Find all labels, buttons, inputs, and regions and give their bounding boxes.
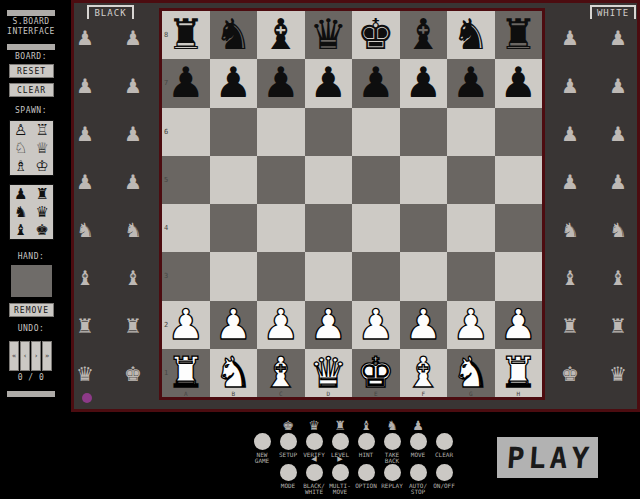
- control-mode: MODE: [275, 454, 301, 495]
- divider-bar: [7, 10, 55, 16]
- spawn-white-n[interactable]: ♘: [10, 139, 32, 157]
- multi-move-button[interactable]: [332, 464, 349, 481]
- square-h8[interactable]: ♜: [495, 11, 543, 59]
- b-piece-icon: ♝: [360, 418, 372, 433]
- square-d3[interactable]: [305, 252, 353, 300]
- lcd-display: PLAY: [497, 437, 598, 478]
- white-piece: ♟: [262, 304, 300, 346]
- spare-piece-p[interactable]: ♟: [546, 110, 594, 158]
- spare-piece-p[interactable]: ♟: [61, 158, 109, 206]
- white-piece: ♟: [167, 304, 205, 346]
- hand-display: [11, 265, 52, 297]
- black-piece: ♟: [262, 62, 300, 104]
- divider-bar: [7, 44, 55, 50]
- square-b1[interactable]: ♞B: [210, 349, 258, 397]
- square-c1[interactable]: ♝C: [257, 349, 305, 397]
- spare-piece-r[interactable]: ♜: [546, 302, 594, 350]
- spare-piece-q[interactable]: ♛: [594, 350, 640, 398]
- spawn-white-b[interactable]: ♗: [10, 157, 32, 175]
- undo-last-button[interactable]: »: [42, 341, 52, 371]
- rank-label-8: 8: [164, 31, 168, 39]
- p-piece-icon: ♟: [412, 418, 424, 433]
- square-g8[interactable]: ♞: [447, 11, 495, 59]
- spare-piece-n[interactable]: ♞: [546, 206, 594, 254]
- rank-label-2: 2: [164, 321, 168, 329]
- control-multi-move: ▶MULTI- MOVE: [327, 454, 353, 495]
- k-piece-icon: ♚: [282, 418, 294, 433]
- app-title: S.BOARD INTERFACE: [0, 17, 62, 37]
- black-piece: ♛: [309, 14, 347, 56]
- square-g6[interactable]: [447, 108, 495, 156]
- square-b2[interactable]: ♟: [210, 301, 258, 349]
- spare-piece-k[interactable]: ♚: [109, 350, 157, 398]
- square-e5[interactable]: [352, 156, 400, 204]
- square-g3[interactable]: [447, 252, 495, 300]
- black-piece: ♟: [452, 62, 490, 104]
- spare-piece-b[interactable]: ♝: [109, 254, 157, 302]
- white-piece: ♞: [452, 352, 490, 394]
- black-piece: ♜: [499, 14, 537, 56]
- square-d2[interactable]: ♟: [305, 301, 353, 349]
- square-a5[interactable]: 5: [162, 156, 210, 204]
- black-side-piece-tray: ♟♟♟♟♟♟♟♟♞♞♝♝♜♜♛♚: [61, 14, 157, 398]
- spare-piece-n[interactable]: ♞: [109, 206, 157, 254]
- square-f4[interactable]: [400, 204, 448, 252]
- white-piece: ♜: [167, 352, 205, 394]
- rank-label-3: 3: [164, 272, 168, 280]
- move-button[interactable]: [410, 433, 427, 450]
- r-piece-icon: ♜: [334, 418, 346, 433]
- square-g1[interactable]: ♞G: [447, 349, 495, 397]
- black-piece: ♟: [357, 62, 395, 104]
- spare-piece-r[interactable]: ♜: [61, 302, 109, 350]
- chess-board: ♜8♞♝♛♚♝♞♜♟7♟♟♟♟♟♟♟6543♟2♟♟♟♟♟♟♟♜1A♞B♝C♛D…: [162, 11, 542, 397]
- spare-piece-p[interactable]: ♟: [594, 62, 640, 110]
- white-piece: ♝: [262, 352, 300, 394]
- spawn-black-n[interactable]: ♞: [10, 203, 32, 221]
- square-e2[interactable]: ♟: [352, 301, 400, 349]
- on-off-button[interactable]: [436, 464, 453, 481]
- control-row-2: MODE◀BLACK/ WHITE▶MULTI- MOVEOPTIONREPLA…: [275, 454, 457, 495]
- square-b6[interactable]: [210, 108, 258, 156]
- spawn-white-k[interactable]: ♔: [32, 157, 54, 175]
- spare-piece-n[interactable]: ♞: [594, 206, 640, 254]
- lcd-text: PLAY: [506, 441, 594, 475]
- square-f6[interactable]: [400, 108, 448, 156]
- control-new-game: NEW GAME: [249, 418, 275, 464]
- square-f8[interactable]: ♝: [400, 11, 448, 59]
- file-label-a: A: [184, 390, 188, 397]
- level-button[interactable]: [332, 433, 349, 450]
- square-d8[interactable]: ♛: [305, 11, 353, 59]
- black-piece: ♝: [262, 14, 300, 56]
- control-option: OPTION: [353, 454, 379, 495]
- file-label-g: G: [469, 390, 473, 397]
- file-label-b: B: [231, 390, 235, 397]
- rank-label-1: 1: [164, 369, 168, 377]
- square-c6[interactable]: [257, 108, 305, 156]
- file-label-e: E: [374, 390, 378, 397]
- square-b7[interactable]: ♟: [210, 59, 258, 107]
- square-d5[interactable]: [305, 156, 353, 204]
- hand-section-label: HAND:: [0, 252, 62, 262]
- square-f2[interactable]: ♟: [400, 301, 448, 349]
- spare-piece-b[interactable]: ♝: [61, 254, 109, 302]
- spawn-black-r[interactable]: ♜: [32, 185, 54, 203]
- spawn-white-p[interactable]: ♙: [10, 121, 32, 139]
- arrow-icon: ▶: [337, 454, 342, 464]
- spare-piece-p[interactable]: ♟: [546, 14, 594, 62]
- replay-button[interactable]: [384, 464, 401, 481]
- spawn-white-pieces: ♙♖♘♕♗♔: [9, 120, 54, 176]
- undo-controls: «‹›»: [9, 341, 52, 371]
- spare-piece-b[interactable]: ♝: [546, 254, 594, 302]
- file-label-c: C: [279, 390, 283, 397]
- undo-back-button[interactable]: ‹: [20, 341, 30, 371]
- square-c7[interactable]: ♟: [257, 59, 305, 107]
- option-label: OPTION: [355, 483, 377, 489]
- square-h1[interactable]: ♜H: [495, 349, 543, 397]
- spare-piece-p[interactable]: ♟: [109, 62, 157, 110]
- spawn-section-label: SPAWN:: [0, 106, 62, 116]
- take-back-button[interactable]: [384, 433, 401, 450]
- white-piece: ♟: [357, 304, 395, 346]
- square-a6[interactable]: 6: [162, 108, 210, 156]
- white-piece: ♜: [499, 352, 537, 394]
- white-piece: ♟: [309, 304, 347, 346]
- spare-piece-p[interactable]: ♟: [594, 14, 640, 62]
- white-piece: ♚: [357, 352, 395, 394]
- spare-piece-q[interactable]: ♛: [61, 350, 109, 398]
- black-piece: ♞: [452, 14, 490, 56]
- white-piece: ♝: [404, 352, 442, 394]
- undo-forward-button[interactable]: ›: [31, 341, 41, 371]
- undo-status: 0 / 0: [0, 373, 62, 383]
- spawn-white-r[interactable]: ♖: [32, 121, 54, 139]
- spare-piece-r[interactable]: ♜: [594, 302, 640, 350]
- control-black-white: ◀BLACK/ WHITE: [301, 454, 327, 495]
- square-c4[interactable]: [257, 204, 305, 252]
- square-g2[interactable]: ♟: [447, 301, 495, 349]
- file-label-f: F: [421, 390, 425, 397]
- spare-piece-p[interactable]: ♟: [61, 14, 109, 62]
- square-e7[interactable]: ♟: [352, 59, 400, 107]
- option-button[interactable]: [358, 464, 375, 481]
- spare-piece-p[interactable]: ♟: [61, 110, 109, 158]
- spare-piece-b[interactable]: ♝: [594, 254, 640, 302]
- square-g5[interactable]: [447, 156, 495, 204]
- reset-button[interactable]: RESET: [9, 64, 54, 78]
- on-off-label: ON/OFF: [433, 483, 455, 489]
- spawn-black-b[interactable]: ♝: [10, 221, 32, 239]
- spare-piece-r[interactable]: ♜: [109, 302, 157, 350]
- clear-button[interactable]: CLEAR: [9, 83, 54, 97]
- clear-button[interactable]: [436, 433, 453, 450]
- black-piece: ♟: [167, 62, 205, 104]
- multi-move-label: MULTI- MOVE: [329, 483, 351, 495]
- n-piece-icon: ♞: [386, 418, 398, 433]
- square-h3[interactable]: [495, 252, 543, 300]
- rank-label-5: 5: [164, 176, 168, 184]
- white-piece: ♟: [214, 304, 252, 346]
- square-e6[interactable]: [352, 108, 400, 156]
- spawn-white-q[interactable]: ♕: [32, 139, 54, 157]
- spawn-black-pieces: ♟♜♞♛♝♚: [9, 184, 54, 240]
- square-d1[interactable]: ♛D: [305, 349, 353, 397]
- square-f7[interactable]: ♟: [400, 59, 448, 107]
- square-e8[interactable]: ♚: [352, 11, 400, 59]
- spare-piece-p[interactable]: ♟: [109, 14, 157, 62]
- spare-piece-p[interactable]: ♟: [546, 158, 594, 206]
- undo-first-button[interactable]: «: [9, 341, 19, 371]
- black-piece: ♝: [404, 14, 442, 56]
- black-piece: ♚: [357, 14, 395, 56]
- square-d6[interactable]: [305, 108, 353, 156]
- white-piece: ♟: [499, 304, 537, 346]
- spare-piece-p[interactable]: ♟: [109, 158, 157, 206]
- square-a8[interactable]: ♜8: [162, 11, 210, 59]
- white-piece: ♟: [452, 304, 490, 346]
- square-e3[interactable]: [352, 252, 400, 300]
- square-b4[interactable]: [210, 204, 258, 252]
- file-label-h: H: [516, 390, 520, 397]
- turn-indicator-dot: [82, 393, 92, 403]
- black-white-button[interactable]: [306, 464, 323, 481]
- square-f3[interactable]: [400, 252, 448, 300]
- q-piece-icon: ♛: [308, 418, 320, 433]
- arrow-icon: ◀: [311, 454, 316, 464]
- square-c3[interactable]: [257, 252, 305, 300]
- square-b8[interactable]: ♞: [210, 11, 258, 59]
- spare-piece-k[interactable]: ♚: [546, 350, 594, 398]
- spare-piece-p[interactable]: ♟: [594, 158, 640, 206]
- setup-button[interactable]: [280, 433, 297, 450]
- black-piece: ♟: [404, 62, 442, 104]
- square-a7[interactable]: ♟7: [162, 59, 210, 107]
- black-white-label: BLACK/ WHITE: [303, 483, 325, 495]
- spawn-black-p[interactable]: ♟: [10, 185, 32, 203]
- hint-button[interactable]: [358, 433, 375, 450]
- spare-piece-n[interactable]: ♞: [61, 206, 109, 254]
- square-c2[interactable]: ♟: [257, 301, 305, 349]
- black-piece: ♟: [499, 62, 537, 104]
- square-c5[interactable]: [257, 156, 305, 204]
- square-e1[interactable]: ♚E: [352, 349, 400, 397]
- file-label-d: D: [326, 390, 330, 397]
- auto-stop-button[interactable]: [410, 464, 427, 481]
- black-piece: ♜: [167, 14, 205, 56]
- square-e4[interactable]: [352, 204, 400, 252]
- square-a1[interactable]: ♜1A: [162, 349, 210, 397]
- square-g7[interactable]: ♟: [447, 59, 495, 107]
- black-piece: ♟: [214, 62, 252, 104]
- white-piece: ♞: [214, 352, 252, 394]
- square-f1[interactable]: ♝F: [400, 349, 448, 397]
- white-piece: ♟: [404, 304, 442, 346]
- square-f5[interactable]: [400, 156, 448, 204]
- square-h5[interactable]: [495, 156, 543, 204]
- spare-piece-p[interactable]: ♟: [546, 62, 594, 110]
- board-frame: ♜8♞♝♛♚♝♞♜♟7♟♟♟♟♟♟♟6543♟2♟♟♟♟♟♟♟♜1A♞B♝C♛D…: [159, 8, 545, 400]
- rank-label-6: 6: [164, 128, 168, 136]
- control-auto-stop: AUTO/ STOP: [405, 454, 431, 495]
- spawn-black-q[interactable]: ♛: [32, 203, 54, 221]
- spare-piece-p[interactable]: ♟: [61, 62, 109, 110]
- spawn-black-k[interactable]: ♚: [32, 221, 54, 239]
- replay-label: REPLAY: [381, 483, 403, 489]
- black-piece: ♟: [309, 62, 347, 104]
- spare-piece-p[interactable]: ♟: [594, 110, 640, 158]
- rank-label-4: 4: [164, 224, 168, 232]
- new-game-button[interactable]: [254, 433, 271, 450]
- rank-label-7: 7: [164, 79, 168, 87]
- black-piece: ♞: [214, 14, 252, 56]
- square-c8[interactable]: ♝: [257, 11, 305, 59]
- square-b5[interactable]: [210, 156, 258, 204]
- board-section-label: BOARD:: [0, 52, 62, 62]
- square-a3[interactable]: 3: [162, 252, 210, 300]
- square-h2[interactable]: ♟: [495, 301, 543, 349]
- divider-bar: [7, 391, 55, 397]
- control-replay: REPLAY: [379, 454, 405, 495]
- square-a2[interactable]: ♟2: [162, 301, 210, 349]
- auto-stop-label: AUTO/ STOP: [409, 483, 427, 495]
- spare-piece-p[interactable]: ♟: [109, 110, 157, 158]
- white-piece: ♛: [309, 352, 347, 394]
- white-side-piece-tray: ♟♟♟♟♟♟♟♟♞♞♝♝♜♜♚♛: [546, 14, 640, 398]
- remove-button[interactable]: REMOVE: [9, 303, 54, 317]
- square-h6[interactable]: [495, 108, 543, 156]
- square-h7[interactable]: ♟: [495, 59, 543, 107]
- mode-button[interactable]: [280, 464, 297, 481]
- square-g4[interactable]: [447, 204, 495, 252]
- new-game-label: NEW GAME: [255, 452, 269, 464]
- square-a4[interactable]: 4: [162, 204, 210, 252]
- undo-section-label: UNDO:: [0, 324, 62, 334]
- square-b3[interactable]: [210, 252, 258, 300]
- control-on-off: ON/OFF: [431, 454, 457, 495]
- square-d7[interactable]: ♟: [305, 59, 353, 107]
- verify-button[interactable]: [306, 433, 323, 450]
- square-d4[interactable]: [305, 204, 353, 252]
- square-h4[interactable]: [495, 204, 543, 252]
- mode-label: MODE: [281, 483, 295, 489]
